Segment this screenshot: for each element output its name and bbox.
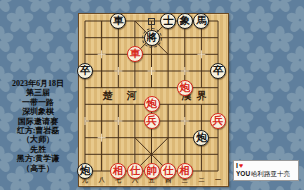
black-cannon-a[interactable]: 炮 [193,130,209,146]
red-pawn-b[interactable]: 兵 [210,113,226,129]
red-advisor-b[interactable]: 仕 [160,163,176,179]
red-advisor-a[interactable]: 仕 [127,163,143,179]
black-soldier-a[interactable]: 卒 [77,63,93,79]
black-general[interactable]: 將 [144,30,160,46]
red-pawn-a[interactable]: 兵 [144,113,160,129]
black-soldier-b[interactable]: 卒 [210,63,226,79]
watermark-you: YOU [236,170,250,177]
black-elephant[interactable]: 象 [177,13,193,29]
watermark: I♥ YOU哈利路亚十亮 [233,160,299,181]
watermark-cn-text: 哈利路亚十亮 [251,170,290,177]
heart-icon: ♥ [239,162,243,169]
black-advisor[interactable]: 士 [160,13,176,29]
black-chariot[interactable]: 車 [110,13,126,29]
red-cannon-a[interactable]: 炮 [177,80,193,96]
red-cannon-b[interactable]: 炮 [144,96,160,112]
red-elephant-a[interactable]: 相 [110,163,126,179]
screenshot-root: 2023年6月18日第三届一带一路深圳象棋国际邀请赛红方:曹岩磊（大师）先胜黑方… [0,0,304,190]
red-chariot[interactable]: 車 [127,46,143,62]
red-general[interactable]: 帥 [144,163,160,179]
black-horse[interactable]: 馬 [193,13,209,29]
red-elephant-b[interactable]: 相 [177,163,193,179]
black-cannon-b[interactable]: 炮 [77,163,93,179]
watermark-i: I [236,162,238,169]
